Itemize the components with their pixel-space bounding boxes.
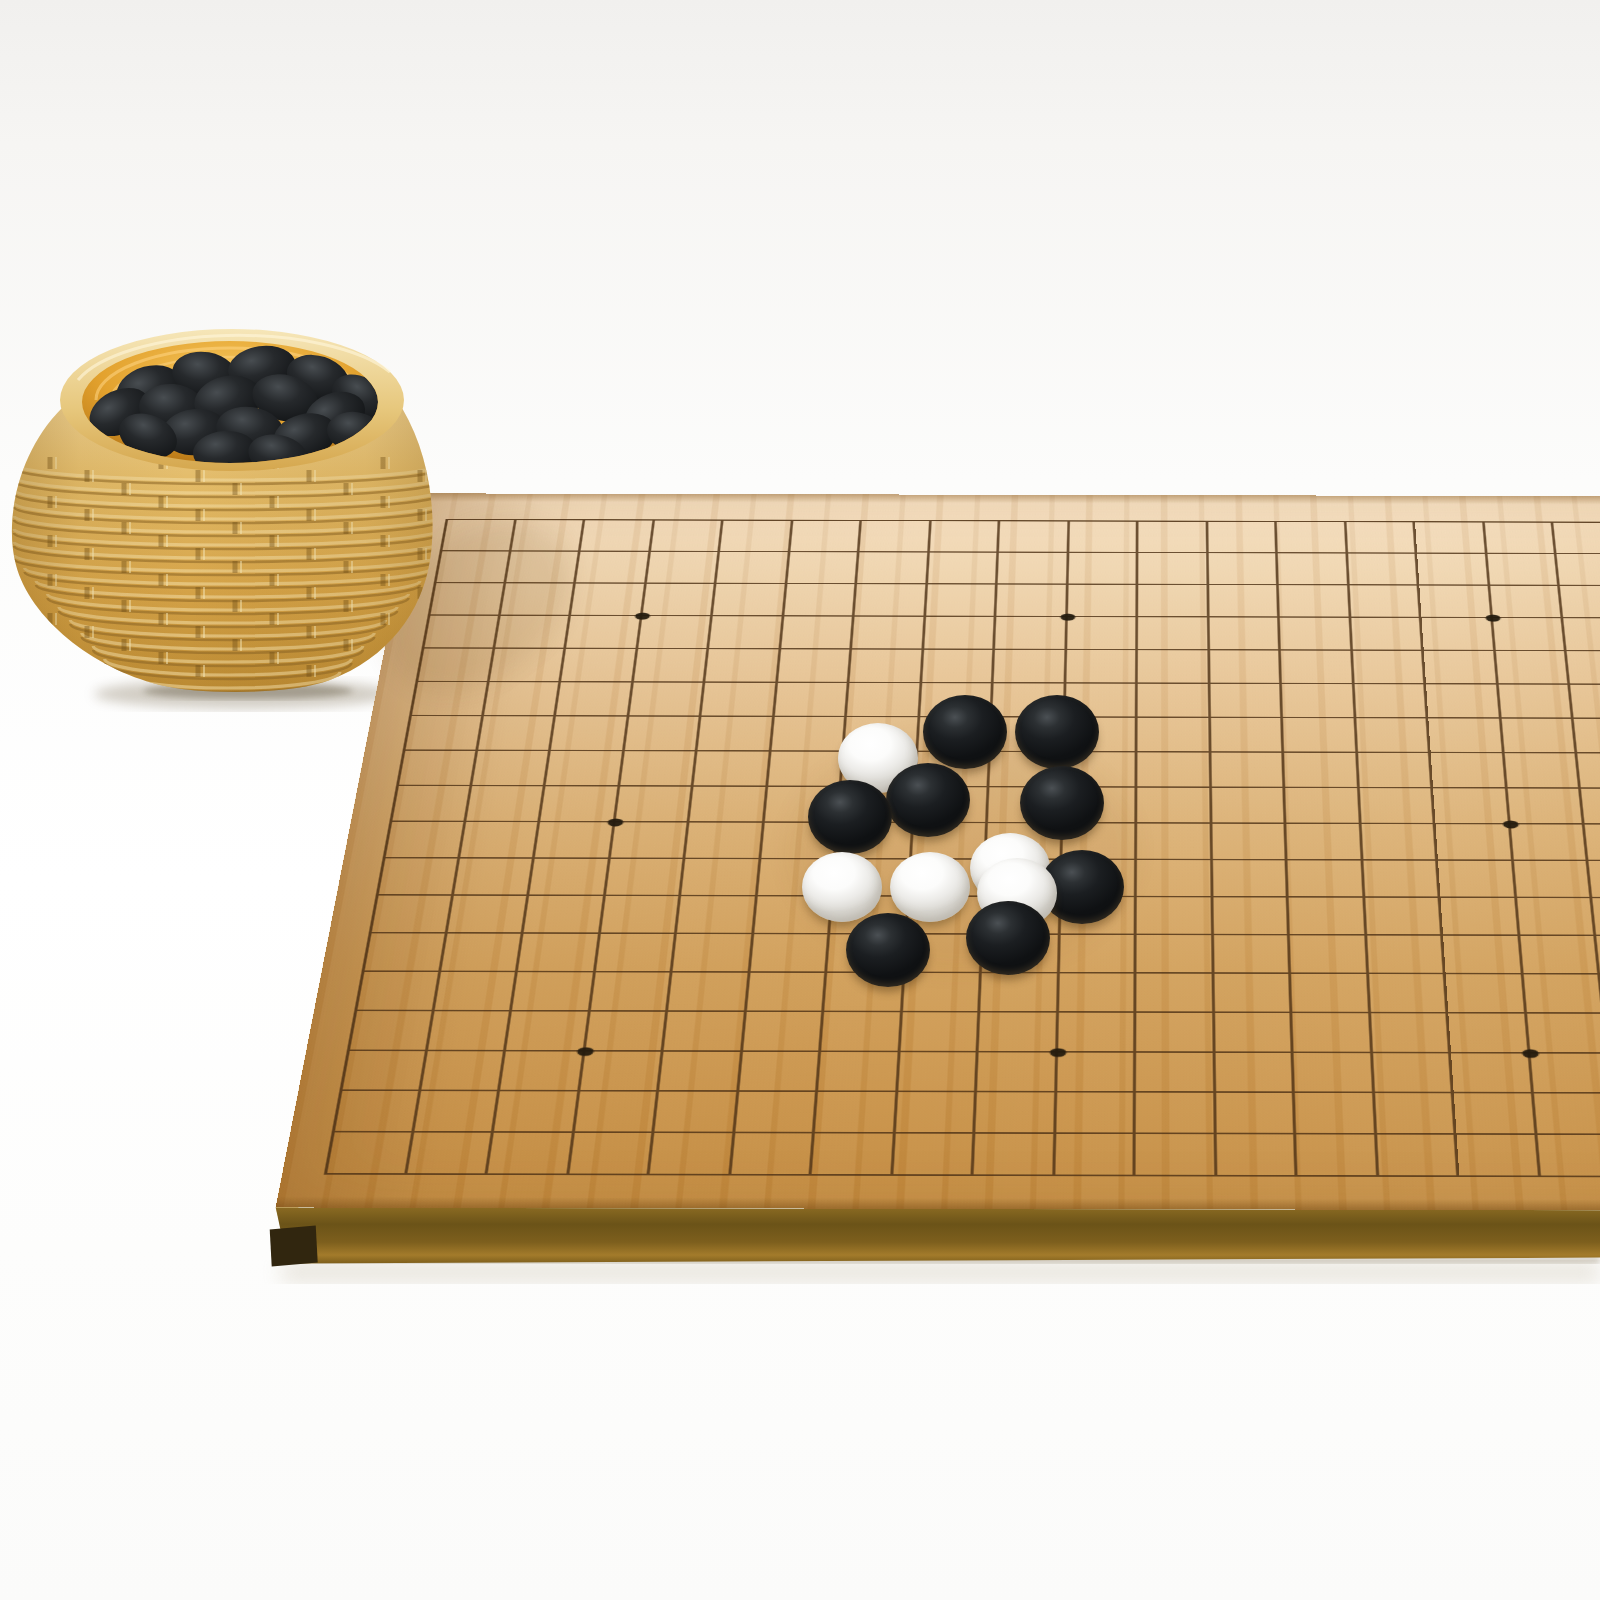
grid-cell: [979, 1012, 1059, 1052]
grid-cell: [996, 617, 1068, 650]
grid-cell: [912, 823, 989, 860]
grid-cell: [1216, 1093, 1297, 1135]
grid-cell: [678, 896, 758, 934]
board-front-face: [276, 1207, 1600, 1263]
grid-cell: [490, 649, 567, 683]
grid-cell: [1294, 1053, 1375, 1094]
grid-cell: [495, 616, 571, 649]
grid-cell: [1214, 935, 1292, 974]
grid-cell: [1137, 973, 1215, 1012]
grid-cell: [775, 683, 850, 717]
grid-cell: [1418, 554, 1490, 586]
grid-cell: [993, 683, 1066, 717]
grid-cell: [1353, 651, 1427, 685]
grid-cell: [1436, 824, 1514, 861]
grid-cell: [530, 859, 611, 896]
grid-cell: [581, 521, 655, 552]
grid-cell: [834, 859, 912, 896]
grid-cell: [1139, 522, 1209, 553]
grid-cell: [901, 1012, 981, 1052]
grid-cell: [1517, 898, 1597, 936]
grid-cell: [524, 896, 606, 934]
grid-cell: [914, 787, 990, 823]
grid-cell: [1457, 1135, 1541, 1177]
grid-cell: [819, 1052, 901, 1093]
grid-cell: [898, 1052, 979, 1093]
grid-cell: [541, 786, 620, 822]
grid-cell: [905, 934, 984, 973]
grid-cell: [1356, 718, 1431, 753]
grid-cell: [488, 1133, 575, 1175]
grid-cell: [1422, 618, 1496, 651]
grid-cell: [1216, 1053, 1296, 1094]
product-photo-scene: { "scene": { "description": "Overhead pr…: [0, 0, 1600, 1600]
grid-cell: [1138, 788, 1213, 824]
grid-cell: [664, 1011, 747, 1051]
grid-cell: [1288, 860, 1365, 897]
grid-cell: [1496, 651, 1571, 685]
grid-cell: [405, 716, 484, 751]
rim-highlight: [78, 335, 390, 380]
grid-cell: [781, 617, 855, 650]
grid-cell: [860, 521, 932, 552]
grid-cell: [535, 822, 615, 859]
grid-cell: [1066, 650, 1138, 684]
grid-cell: [442, 520, 517, 551]
grid-cell: [620, 751, 698, 786]
grid-cell: [713, 584, 787, 617]
grid-cell: [1530, 1053, 1600, 1094]
grid-cell: [765, 787, 842, 823]
grid-cell: [816, 1092, 899, 1134]
grid-cell: [1279, 585, 1351, 618]
grid-cell: [1210, 684, 1283, 718]
grid-cell: [778, 649, 853, 683]
grid-cell: [990, 752, 1065, 787]
bowl-black-stone: [213, 402, 287, 458]
grid-cell: [650, 1133, 735, 1175]
grid-cell: [910, 859, 987, 896]
grid-cell: [1527, 1013, 1600, 1053]
grid-cell: [1210, 650, 1283, 684]
grid-cell: [1211, 718, 1285, 753]
bowl-black-stone: [192, 429, 259, 475]
grid-cell: [831, 896, 910, 934]
grid-cell: [435, 972, 519, 1011]
grid-cell: [1538, 1135, 1600, 1177]
grid-cell: [1439, 861, 1517, 898]
grid-cell: [682, 859, 761, 896]
grid-cell: [1209, 553, 1280, 585]
grid-cell: [1520, 936, 1600, 975]
grid-cell: [1214, 973, 1293, 1012]
grid-cell: [853, 617, 926, 650]
grid-cell: [411, 682, 489, 716]
grid-cell: [1567, 651, 1600, 685]
grid-cell: [441, 933, 524, 972]
grid-cell: [642, 584, 717, 617]
grid-cell: [1347, 522, 1418, 553]
grid-cell: [989, 787, 1064, 823]
grid-cell: [702, 683, 778, 717]
grid-cell: [428, 1011, 513, 1051]
grid-cell: [706, 649, 781, 683]
board-near-edge-seam: [276, 1196, 1600, 1210]
black-stones-in-bowl: [82, 341, 397, 480]
grid-cell: [1296, 1093, 1378, 1135]
grid-cell: [837, 823, 914, 860]
grid-cell: [1514, 861, 1593, 898]
grid-cell: [1534, 1094, 1600, 1136]
grid-cell: [1138, 684, 1211, 718]
grid-cell: [1285, 753, 1360, 788]
grid-cell: [673, 934, 754, 973]
grid-cell: [1067, 617, 1139, 650]
bowl-black-stone: [269, 407, 342, 465]
grid-cell: [454, 858, 536, 895]
grid-cell: [575, 1092, 660, 1134]
grid-cell: [1137, 1052, 1216, 1093]
grid-cell: [417, 649, 495, 683]
grid-cell: [1281, 651, 1354, 685]
grid-cell: [585, 1011, 668, 1051]
bowl-black-stone: [169, 347, 242, 404]
grid-cell: [1059, 973, 1137, 1012]
grid-cell: [930, 521, 1001, 552]
grid-cell: [893, 1134, 976, 1176]
grid-cell: [717, 552, 790, 584]
grid-cell: [1431, 753, 1507, 788]
grid-cell: [747, 972, 828, 1011]
bowl-black-stone: [137, 381, 207, 435]
bowl-interior: [80, 340, 396, 481]
grid-cell: [1060, 935, 1137, 974]
grid-cell: [611, 822, 690, 859]
grid-cell: [1286, 788, 1362, 824]
grid-cell: [1578, 753, 1600, 788]
grid-cell: [1293, 1013, 1373, 1053]
grid-cell: [698, 717, 775, 752]
grid-cell: [787, 552, 860, 584]
grid-cell: [562, 649, 639, 683]
grid-cell: [629, 683, 706, 717]
bowl-black-stone: [324, 408, 385, 455]
grid-cell: [771, 717, 847, 752]
grid-cell: [1062, 823, 1137, 860]
grid-cell: [1487, 554, 1560, 586]
grid-cell: [1069, 553, 1139, 585]
grid-cell: [1377, 1135, 1460, 1177]
grid-cell: [855, 584, 928, 617]
grid-cell: [822, 1012, 903, 1052]
grid-cell: [1209, 585, 1280, 618]
grid-cell: [1427, 684, 1502, 718]
grid-cell: [392, 786, 473, 822]
grid-cell: [430, 583, 506, 616]
grid-cell: [334, 1091, 421, 1133]
grid-cell: [647, 552, 721, 584]
grid-cell: [1065, 718, 1138, 753]
grid-cell: [669, 972, 751, 1011]
star-point: [1522, 1049, 1539, 1058]
grid-cell: [751, 934, 831, 973]
grid-cell: [1138, 752, 1212, 787]
grid-cell: [660, 1051, 743, 1092]
grid-cell: [569, 1133, 655, 1175]
grid-cell: [385, 822, 466, 859]
star-point: [1060, 614, 1075, 621]
grid-cell: [768, 752, 845, 787]
grid-cell: [356, 972, 441, 1011]
grid-cell: [634, 649, 710, 683]
grid-cell: [1284, 718, 1358, 753]
grid-cell: [1511, 824, 1589, 861]
bowl-table-shadow: [94, 679, 394, 709]
grid-cell: [994, 650, 1067, 684]
grid-cell: [847, 683, 922, 717]
grid-cell: [507, 1011, 591, 1051]
grid-cell: [1212, 824, 1288, 861]
grid-cell: [825, 973, 905, 1012]
grid-cell: [928, 553, 1000, 585]
grid-cell: [1217, 1135, 1299, 1177]
grid-cell: [1371, 1013, 1452, 1053]
grid-cell: [1066, 684, 1139, 718]
grid-cell: [997, 585, 1069, 618]
grid-cell: [1375, 1094, 1457, 1136]
grid-cell: [1055, 1134, 1136, 1176]
grid-cell: [735, 1092, 818, 1134]
grid-cell: [850, 650, 924, 684]
grid-cell: [981, 973, 1060, 1012]
grid-cell: [784, 584, 857, 617]
grid-cell: [606, 859, 686, 896]
grid-cell: [1138, 718, 1211, 753]
grid-cell: [551, 716, 629, 751]
grid-cell: [839, 787, 916, 823]
grid-cell: [1291, 935, 1370, 974]
grid-cell: [984, 897, 1061, 935]
grid-cell: [1360, 788, 1436, 824]
grid-cell: [1138, 823, 1213, 860]
grid-cell: [1524, 974, 1600, 1013]
grid-cell: [1420, 586, 1493, 619]
grid-cell: [731, 1134, 815, 1176]
grid-cell: [1444, 935, 1524, 974]
go-board: [276, 493, 1600, 1210]
grid-cell: [601, 896, 682, 934]
bowl-black-stone: [111, 358, 189, 422]
grid-cell: [638, 616, 713, 649]
grid-cell: [1367, 935, 1446, 974]
grid-cell: [501, 584, 577, 617]
grid-cell: [1062, 860, 1138, 897]
grid-cell: [596, 934, 678, 973]
grid-cell: [743, 1012, 825, 1052]
grid-cell: [546, 751, 625, 786]
grid-cell: [1449, 1013, 1530, 1053]
grid-cell: [976, 1093, 1057, 1135]
grid-cell: [721, 521, 794, 552]
grid-cell: [501, 1051, 586, 1092]
grid-cell: [1502, 719, 1578, 754]
grid-cell: [466, 786, 546, 822]
grid-cell: [1278, 554, 1349, 586]
grid-cell: [342, 1051, 428, 1092]
grid-cell: [1369, 974, 1449, 1013]
grid-cell: [694, 751, 771, 786]
grid-cell: [1208, 522, 1278, 553]
grid-cell: [421, 1051, 507, 1092]
grid-cell: [1211, 753, 1285, 788]
grid-cell: [1571, 685, 1600, 719]
star-point: [1485, 615, 1500, 622]
grid-cell: [576, 552, 651, 584]
grid-cell: [1424, 651, 1498, 685]
grid-cell: [1137, 1012, 1216, 1052]
star-point: [1050, 1048, 1067, 1057]
bowl-rim: [60, 329, 404, 471]
grid-cell: [1068, 585, 1139, 618]
bowl-black-stone: [298, 384, 371, 447]
grid-cell: [407, 1133, 494, 1175]
bowl-black-stone: [82, 379, 159, 446]
grid-cell: [591, 972, 673, 1011]
grid-cell: [1454, 1094, 1537, 1136]
grid-cell: [1137, 935, 1214, 974]
grid-cell: [1429, 718, 1505, 753]
grid-cell: [1348, 554, 1420, 586]
grid-cell: [1564, 618, 1600, 651]
star-point: [1503, 820, 1519, 828]
grid-cell: [1446, 974, 1527, 1013]
grid-cell: [758, 859, 837, 896]
grid-cell: [1138, 650, 1210, 684]
grid-cell: [1213, 860, 1289, 897]
grid-cell: [1137, 860, 1213, 897]
grid-cell: [349, 1011, 434, 1051]
grid-cell: [991, 717, 1065, 752]
grid-cell: [1213, 897, 1290, 935]
grid-cell: [1582, 789, 1600, 825]
bowl-weave-texture: [14, 457, 442, 692]
grid-cell: [1485, 523, 1557, 554]
grid-cell: [1355, 684, 1429, 718]
bowl-black-stone: [160, 406, 230, 459]
grid-cell: [1557, 554, 1600, 586]
grid-cell: [1363, 860, 1441, 897]
grid-cell: [998, 553, 1069, 585]
grid-cell: [1560, 586, 1600, 619]
grid-cell: [424, 616, 501, 649]
grid-cell: [371, 895, 454, 933]
grid-cell: [1057, 1052, 1137, 1093]
grid-cell: [494, 1092, 580, 1134]
grid-cell: [1373, 1053, 1454, 1094]
bowl-black-stone: [112, 405, 183, 466]
grid-cell: [790, 521, 862, 552]
grid-cell: [903, 973, 983, 1012]
grid-cell: [918, 717, 993, 752]
grid-cell: [414, 1092, 500, 1134]
grid-cell: [1292, 974, 1371, 1013]
bowl-black-stone: [190, 369, 266, 430]
grid-cell: [506, 552, 581, 584]
grid-cell: [615, 786, 694, 822]
grid-cell: [1297, 1135, 1379, 1177]
grid-cell: [1215, 1013, 1294, 1053]
grid-cell: [924, 617, 997, 650]
board-far-edge: [413, 493, 1600, 505]
grid-cell: [1061, 897, 1138, 935]
bowl-interior-rings: [96, 348, 364, 404]
bowl-black-stone: [247, 368, 322, 429]
grid-cell: [1358, 753, 1434, 788]
grid-cell: [580, 1051, 664, 1092]
go-grid-19x19: [323, 519, 1600, 1178]
grid-cell: [1069, 522, 1139, 553]
grid-cell: [1283, 684, 1357, 718]
grid-cell: [1056, 1093, 1136, 1135]
grid-cell: [916, 752, 991, 787]
grid-cell: [1350, 586, 1422, 619]
grid-cell: [812, 1134, 895, 1176]
grid-cell: [858, 553, 930, 585]
grid-cell: [1362, 824, 1439, 861]
grid-cell: [1574, 719, 1600, 754]
grid-cell: [926, 585, 998, 618]
grid-cell: [1441, 898, 1520, 936]
star-point: [1055, 819, 1071, 827]
grid-cell: [625, 717, 702, 752]
grid-cell: [686, 822, 765, 859]
grid-cell: [1434, 788, 1511, 824]
grid-cell: [690, 787, 768, 823]
caption: Overhead product photo of a bamboo 19x19…: [0, 0, 1, 1]
grid-cell: [1139, 585, 1210, 618]
grid-cell: [828, 934, 908, 973]
grid-cell: [1554, 523, 1600, 554]
grid-cell: [1280, 618, 1353, 651]
grid-cell: [1210, 618, 1282, 651]
grid-cell: [710, 616, 785, 649]
grid-cell: [436, 552, 512, 584]
grid-cell: [922, 650, 995, 684]
grid-cell: [1505, 753, 1582, 788]
grid-cell: [1452, 1053, 1534, 1094]
grid-cell: [986, 860, 1063, 897]
grid-cell: [842, 752, 918, 787]
bowl-black-stone: [281, 347, 355, 409]
grid-cell: [1000, 522, 1070, 553]
grid-cell: [1490, 586, 1564, 619]
grid-cell: [513, 972, 596, 1011]
grid-cell: [378, 858, 460, 895]
grid-cell: [460, 822, 541, 859]
grid-cell: [1137, 897, 1214, 935]
grid-cell: [845, 717, 920, 752]
grid-cell: [1287, 824, 1363, 861]
grid-cell: [974, 1134, 1056, 1176]
grid-cell: [1499, 685, 1575, 719]
grid-cell: [557, 682, 634, 716]
grid-cell: [484, 682, 562, 716]
grid-cell: [572, 584, 647, 617]
board-joint-notch: [270, 1225, 318, 1266]
bowl-body: [12, 387, 442, 692]
grid-cell: [448, 896, 530, 934]
grid-cell: [1136, 1093, 1216, 1135]
